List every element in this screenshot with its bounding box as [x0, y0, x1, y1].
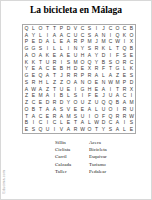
grid-cell[interactable]: M [114, 79, 121, 86]
grid-cell[interactable]: A [121, 99, 128, 106]
grid-cell[interactable]: S [128, 72, 135, 79]
grid-cell[interactable]: P [79, 72, 86, 79]
grid-cell[interactable]: D [100, 52, 107, 59]
grid-cell[interactable]: Q [37, 72, 44, 79]
grid-cell[interactable]: A [58, 52, 65, 59]
grid-cell[interactable]: E [51, 52, 58, 59]
grid-cell[interactable]: L [30, 25, 37, 32]
grid-cell[interactable]: E [23, 126, 30, 133]
grid-cell[interactable]: C [121, 25, 128, 32]
grid-cell[interactable]: L [107, 45, 114, 52]
grid-cell[interactable]: J [100, 25, 107, 32]
grid-cell[interactable]: A [86, 52, 93, 59]
grid-cell[interactable]: S [86, 25, 93, 32]
grid-cell[interactable]: S [58, 106, 65, 113]
grid-cell[interactable]: A [23, 52, 30, 59]
grid-cell[interactable]: Q [121, 45, 128, 52]
grid-cell[interactable]: T [37, 106, 44, 113]
grid-cell[interactable]: S [121, 52, 128, 59]
grid-cell[interactable]: W [107, 79, 114, 86]
word-list-item: Sillín [55, 139, 89, 146]
word-list-item: Ciclista [55, 146, 89, 153]
word-list-item: Taller [55, 168, 89, 175]
grid-cell[interactable]: C [79, 25, 86, 32]
grid-cell[interactable]: S [23, 79, 30, 86]
word-list: SillínCiclistaCarrilCalzadaTaller AceraB… [55, 139, 129, 175]
grid-cell[interactable]: T [93, 126, 100, 133]
grid-cell[interactable]: I [44, 45, 51, 52]
grid-cell[interactable]: L [44, 79, 51, 86]
grid-cell[interactable]: S [107, 126, 114, 133]
grid-cell[interactable]: B [114, 99, 121, 106]
grid-cell[interactable]: A [37, 52, 44, 59]
grid-cell[interactable]: O [65, 79, 72, 86]
grid-cell[interactable]: Y [93, 52, 100, 59]
grid-cell[interactable]: L [51, 45, 58, 52]
grid-cell[interactable]: E [72, 106, 79, 113]
wordsearch-grid: QLOTTPDVCSIJCOCBAYLIAACUCSANIQKOPEDALEAR… [22, 24, 136, 134]
grid-cell[interactable]: I [93, 25, 100, 32]
grid-cell[interactable]: E [65, 52, 72, 59]
grid-cell[interactable]: O [86, 126, 93, 133]
grid-cell[interactable]: T [114, 45, 121, 52]
grid-cell[interactable]: U [93, 99, 100, 106]
grid-cell[interactable]: J [58, 72, 65, 79]
grid-cell[interactable]: O [23, 106, 30, 113]
puzzle-title: La bicicleta en Málaga [1, 5, 151, 15]
grid-cell[interactable]: O [72, 99, 79, 106]
grid-cell[interactable]: E [79, 106, 86, 113]
grid-cell[interactable]: F [114, 52, 121, 59]
grid-cell[interactable]: C [30, 99, 37, 106]
grid-cell[interactable]: A [44, 72, 51, 79]
word-list-item: Esquivar [89, 153, 129, 160]
word-list-item: Calzada [55, 161, 89, 168]
grid-cell[interactable]: U [128, 106, 135, 113]
grid-cell[interactable]: O [107, 106, 114, 113]
grid-cell[interactable]: I [114, 106, 121, 113]
grid-cell[interactable]: A [72, 79, 79, 86]
grid-cell[interactable]: G [23, 72, 30, 79]
grid-cell[interactable]: Q [100, 99, 107, 106]
grid-cell[interactable]: D [44, 99, 51, 106]
grid-cell[interactable]: R [72, 126, 79, 133]
grid-cell[interactable]: Z [23, 99, 30, 106]
grid-cell[interactable]: R [93, 45, 100, 52]
grid-cell[interactable]: H [79, 52, 86, 59]
grid-cell[interactable]: B [30, 106, 37, 113]
word-list-item: Turismo [89, 161, 129, 168]
word-list-item: Carril [55, 153, 89, 160]
grid-cell[interactable]: R [30, 79, 37, 86]
grid-cell[interactable]: R [51, 99, 58, 106]
grid-cell[interactable]: Y [79, 45, 86, 52]
grid-cell[interactable]: W [79, 126, 86, 133]
grid-cell[interactable]: R [72, 72, 79, 79]
grid-cell[interactable]: B [128, 25, 135, 32]
grid-cell[interactable]: O [86, 79, 93, 86]
watermark: Educima.com [2, 170, 6, 193]
grid-cell[interactable]: V [72, 25, 79, 32]
grid-cell[interactable]: L [93, 106, 100, 113]
grid-cell[interactable]: U [79, 99, 86, 106]
grid-cell[interactable]: S [86, 45, 93, 52]
grid-cell[interactable]: E [30, 72, 37, 79]
grid-cell[interactable]: G [30, 45, 37, 52]
grid-cell[interactable]: O [30, 52, 37, 59]
grid-cell[interactable]: K [100, 45, 107, 52]
grid-cell[interactable]: V [65, 106, 72, 113]
grid-cell[interactable]: C [107, 25, 114, 32]
grid-cell[interactable]: Z [51, 79, 58, 86]
grid-cell[interactable]: Q [37, 126, 44, 133]
grid-cell[interactable]: P [58, 25, 65, 32]
word-list-item: Bicicleta [89, 146, 129, 153]
wordsearch-page: La bicicleta en Málaga QLOTTPDVCSIJCOCBA… [0, 0, 152, 200]
grid-cell[interactable]: G [23, 45, 30, 52]
grid-cell[interactable]: T [44, 25, 51, 32]
grid-cell[interactable]: T [51, 25, 58, 32]
grid-cell[interactable]: E [128, 126, 135, 133]
grid-cell[interactable]: Z [58, 79, 65, 86]
grid-cell[interactable]: E [93, 79, 100, 86]
grid-cell[interactable]: E [128, 52, 135, 59]
grid-cell[interactable]: A [114, 126, 121, 133]
grid-cell[interactable]: A [65, 126, 72, 133]
grid-cell[interactable]: T [51, 72, 58, 79]
grid-cell[interactable]: Z [114, 72, 121, 79]
grid-cell[interactable]: S [30, 126, 37, 133]
grid-cell[interactable]: Q [107, 99, 114, 106]
grid-cell[interactable]: V [58, 126, 65, 133]
grid-cell[interactable]: I [107, 52, 114, 59]
grid-cell[interactable]: H [37, 79, 44, 86]
grid-cell[interactable]: U [72, 52, 79, 59]
grid-cell[interactable]: A [44, 106, 51, 113]
grid-cell[interactable]: N [79, 79, 86, 86]
grid-cell[interactable]: I [65, 45, 72, 52]
grid-cell[interactable]: A [51, 106, 58, 113]
word-list-left-column: SillínCiclistaCarrilCalzadaTaller [55, 139, 89, 175]
grid-cell[interactable]: L [100, 72, 107, 79]
grid-cell[interactable]: N [100, 79, 107, 86]
grid-cell[interactable]: Y [100, 126, 107, 133]
grid-cell[interactable]: O [37, 25, 44, 32]
grid-cell[interactable]: E [37, 99, 44, 106]
grid-cell[interactable]: B [128, 45, 135, 52]
word-list-right-column: AceraBicicletaEsquivarTurismoPedalear [89, 139, 129, 175]
grid-cell[interactable]: U [100, 106, 107, 113]
grid-cell[interactable]: S [37, 45, 44, 52]
grid-cell[interactable]: D [128, 79, 135, 86]
grid-cell[interactable]: R [121, 106, 128, 113]
grid-cell[interactable]: D [58, 99, 65, 106]
grid-cell[interactable]: R [86, 72, 93, 79]
grid-cell[interactable]: Z [86, 99, 93, 106]
grid-cell[interactable]: Y [65, 99, 72, 106]
grid-cell[interactable]: I [51, 126, 58, 133]
grid-cell[interactable]: R [65, 72, 72, 79]
grid-cell[interactable]: A [86, 106, 93, 113]
grid-cell[interactable]: M [128, 99, 135, 106]
grid-cell[interactable]: L [58, 45, 65, 52]
grid-cell[interactable]: A [107, 72, 114, 79]
word-list-item: Acera [89, 139, 129, 146]
grid-cell[interactable]: U [44, 126, 51, 133]
grid-cell[interactable]: A [93, 72, 100, 79]
grid-cell[interactable]: N [72, 45, 79, 52]
grid-cell[interactable]: O [114, 25, 121, 32]
grid-cell[interactable]: D [65, 25, 72, 32]
grid-cell[interactable]: K [44, 52, 51, 59]
grid-cell[interactable]: P [121, 79, 128, 86]
grid-cell[interactable]: L [121, 126, 128, 133]
word-list-item: Pedalear [89, 168, 129, 175]
grid-cell[interactable]: Q [23, 25, 30, 32]
grid-cell[interactable]: E [121, 72, 128, 79]
